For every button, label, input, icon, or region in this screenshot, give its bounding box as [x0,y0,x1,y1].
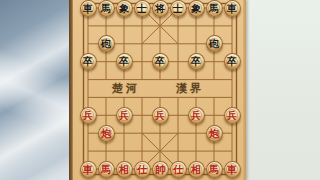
piece-rb[interactable]: 相 [116,161,133,178]
piece-glyph: 兵 [83,106,93,123]
piece-bp[interactable]: 卒 [188,53,205,70]
piece-br[interactable]: 車 [224,0,241,17]
piece-glyph: 卒 [227,53,237,70]
piece-rb[interactable]: 相 [188,161,205,178]
piece-glyph: 士 [173,0,183,16]
piece-glyph: 兵 [191,106,201,123]
piece-bp[interactable]: 卒 [116,53,133,70]
plain-backdrop [245,0,320,180]
piece-glyph: 車 [83,0,93,16]
piece-glyph: 砲 [101,35,111,52]
piece-bn[interactable]: 馬 [98,0,115,17]
piece-glyph: 帥 [155,160,165,177]
piece-br[interactable]: 車 [80,0,97,17]
piece-glyph: 将 [155,0,165,16]
piece-glyph: 象 [191,0,201,16]
piece-glyph: 卒 [191,53,201,70]
piece-rp[interactable]: 兵 [224,107,241,124]
piece-rc[interactable]: 炮 [206,125,223,142]
piece-glyph: 仕 [137,160,147,177]
piece-glyph: 士 [137,0,147,16]
piece-ba[interactable]: 士 [170,0,187,17]
piece-bc[interactable]: 砲 [206,35,223,52]
piece-ba[interactable]: 士 [134,0,151,17]
piece-bp[interactable]: 卒 [152,53,169,70]
piece-glyph: 車 [227,0,237,16]
piece-bc[interactable]: 砲 [98,35,115,52]
piece-rr[interactable]: 車 [80,161,97,178]
piece-rn[interactable]: 馬 [206,161,223,178]
piece-glyph: 兵 [227,106,237,123]
piece-glyph: 馬 [101,160,111,177]
piece-bb[interactable]: 象 [116,0,133,17]
piece-glyph: 卒 [83,53,93,70]
river-label-han-border: 漢界 [176,82,204,96]
river-label-chu-river: 楚河 [112,82,140,96]
piece-glyph: 相 [119,160,129,177]
piece-rn[interactable]: 馬 [98,161,115,178]
piece-ra[interactable]: 仕 [134,161,151,178]
xiangqi-board[interactable]: 楚河 漢界 車馬象士将士象馬車砲砲卒卒卒卒卒兵兵兵兵兵炮炮車馬相仕帥仕相馬車 [69,0,246,180]
piece-glyph: 炮 [101,124,111,141]
piece-bp[interactable]: 卒 [224,53,241,70]
piece-bn[interactable]: 馬 [206,0,223,17]
piece-glyph: 相 [191,160,201,177]
piece-glyph: 馬 [101,0,111,16]
piece-bb[interactable]: 象 [188,0,205,17]
piece-glyph: 炮 [209,124,219,141]
piece-ra[interactable]: 仕 [170,161,187,178]
piece-rp[interactable]: 兵 [116,107,133,124]
piece-bk[interactable]: 将 [152,0,169,17]
piece-rp[interactable]: 兵 [152,107,169,124]
screenshot-frame: 楚河 漢界 車馬象士将士象馬車砲砲卒卒卒卒卒兵兵兵兵兵炮炮車馬相仕帥仕相馬車 [0,0,320,180]
piece-glyph: 仕 [173,160,183,177]
piece-glyph: 車 [227,160,237,177]
piece-rp[interactable]: 兵 [188,107,205,124]
piece-rc[interactable]: 炮 [98,125,115,142]
piece-glyph: 卒 [119,53,129,70]
piece-rp[interactable]: 兵 [80,107,97,124]
piece-glyph: 車 [83,160,93,177]
piece-glyph: 兵 [155,106,165,123]
piece-glyph: 砲 [209,35,219,52]
mountain-backdrop [0,0,70,180]
piece-glyph: 象 [119,0,129,16]
piece-glyph: 兵 [119,106,129,123]
piece-bp[interactable]: 卒 [80,53,97,70]
piece-glyph: 馬 [209,0,219,16]
board-grid [69,0,246,180]
piece-glyph: 卒 [155,53,165,70]
piece-rk[interactable]: 帥 [152,161,169,178]
piece-rr[interactable]: 車 [224,161,241,178]
piece-glyph: 馬 [209,160,219,177]
